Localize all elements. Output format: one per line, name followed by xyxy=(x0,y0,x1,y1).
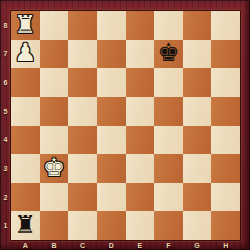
file-label-e: E xyxy=(126,240,155,250)
square-h6[interactable] xyxy=(211,68,240,97)
square-g7[interactable] xyxy=(183,40,212,69)
square-f4[interactable] xyxy=(154,126,183,155)
file-label-h: H xyxy=(211,240,240,250)
square-b1[interactable] xyxy=(40,211,69,240)
square-b7[interactable] xyxy=(40,40,69,69)
square-g8[interactable] xyxy=(183,11,212,40)
piece-white-rook-a8[interactable]: ♜ xyxy=(14,12,36,37)
square-a6[interactable] xyxy=(11,68,40,97)
square-b5[interactable] xyxy=(40,97,69,126)
square-g5[interactable] xyxy=(183,97,212,126)
square-e5[interactable] xyxy=(126,97,155,126)
rank-label-2: 2 xyxy=(0,183,11,212)
file-label-a: A xyxy=(11,240,40,250)
square-h2[interactable] xyxy=(211,183,240,212)
square-a8[interactable]: ♜ xyxy=(11,11,40,40)
square-h4[interactable] xyxy=(211,126,240,155)
square-c2[interactable] xyxy=(68,183,97,212)
square-b4[interactable] xyxy=(40,126,69,155)
square-d7[interactable] xyxy=(97,40,126,69)
rank-label-7: 7 xyxy=(0,40,11,69)
square-h8[interactable] xyxy=(211,11,240,40)
square-e6[interactable] xyxy=(126,68,155,97)
piece-black-king-f7[interactable]: ♚ xyxy=(157,40,179,65)
square-a2[interactable] xyxy=(11,183,40,212)
square-f6[interactable] xyxy=(154,68,183,97)
square-c7[interactable] xyxy=(68,40,97,69)
square-c5[interactable] xyxy=(68,97,97,126)
piece-white-pawn-a7[interactable]: ♟ xyxy=(14,40,36,65)
square-d8[interactable] xyxy=(97,11,126,40)
square-g3[interactable] xyxy=(183,154,212,183)
square-f5[interactable] xyxy=(154,97,183,126)
square-a5[interactable] xyxy=(11,97,40,126)
square-b8[interactable] xyxy=(40,11,69,40)
rank-label-4: 4 xyxy=(0,126,11,155)
square-g1[interactable] xyxy=(183,211,212,240)
square-g6[interactable] xyxy=(183,68,212,97)
square-a3[interactable] xyxy=(11,154,40,183)
square-c6[interactable] xyxy=(68,68,97,97)
square-h5[interactable] xyxy=(211,97,240,126)
square-e4[interactable] xyxy=(126,126,155,155)
square-a7[interactable]: ♟ xyxy=(11,40,40,69)
square-f1[interactable] xyxy=(154,211,183,240)
square-d5[interactable] xyxy=(97,97,126,126)
square-c8[interactable] xyxy=(68,11,97,40)
rank-label-3: 3 xyxy=(0,154,11,183)
rank-label-6: 6 xyxy=(0,68,11,97)
square-e3[interactable] xyxy=(126,154,155,183)
square-d4[interactable] xyxy=(97,126,126,155)
board-frame: ♜♟♚♚♜ 87654321ABCDEFGH xyxy=(0,0,250,250)
square-e7[interactable] xyxy=(126,40,155,69)
piece-white-king-b3[interactable]: ♚ xyxy=(43,155,65,180)
square-e1[interactable] xyxy=(126,211,155,240)
square-f3[interactable] xyxy=(154,154,183,183)
square-c4[interactable] xyxy=(68,126,97,155)
square-f8[interactable] xyxy=(154,11,183,40)
square-c3[interactable] xyxy=(68,154,97,183)
square-a1[interactable]: ♜ xyxy=(11,211,40,240)
square-h3[interactable] xyxy=(211,154,240,183)
square-h7[interactable] xyxy=(211,40,240,69)
rank-label-1: 1 xyxy=(0,211,11,240)
square-b6[interactable] xyxy=(40,68,69,97)
file-label-d: D xyxy=(97,240,126,250)
rank-label-5: 5 xyxy=(0,97,11,126)
square-a4[interactable] xyxy=(11,126,40,155)
square-d3[interactable] xyxy=(97,154,126,183)
square-d2[interactable] xyxy=(97,183,126,212)
square-h1[interactable] xyxy=(211,211,240,240)
square-d6[interactable] xyxy=(97,68,126,97)
square-f2[interactable] xyxy=(154,183,183,212)
file-label-f: F xyxy=(154,240,183,250)
square-d1[interactable] xyxy=(97,211,126,240)
file-label-g: G xyxy=(183,240,212,250)
piece-black-rook-a1[interactable]: ♜ xyxy=(14,212,36,237)
square-g4[interactable] xyxy=(183,126,212,155)
square-c1[interactable] xyxy=(68,211,97,240)
square-e2[interactable] xyxy=(126,183,155,212)
file-label-b: B xyxy=(40,240,69,250)
square-f7[interactable]: ♚ xyxy=(154,40,183,69)
square-e8[interactable] xyxy=(126,11,155,40)
square-b2[interactable] xyxy=(40,183,69,212)
chess-board: ♜♟♚♚♜ xyxy=(11,11,240,240)
file-label-c: C xyxy=(68,240,97,250)
square-g2[interactable] xyxy=(183,183,212,212)
square-b3[interactable]: ♚ xyxy=(40,154,69,183)
rank-label-8: 8 xyxy=(0,11,11,40)
